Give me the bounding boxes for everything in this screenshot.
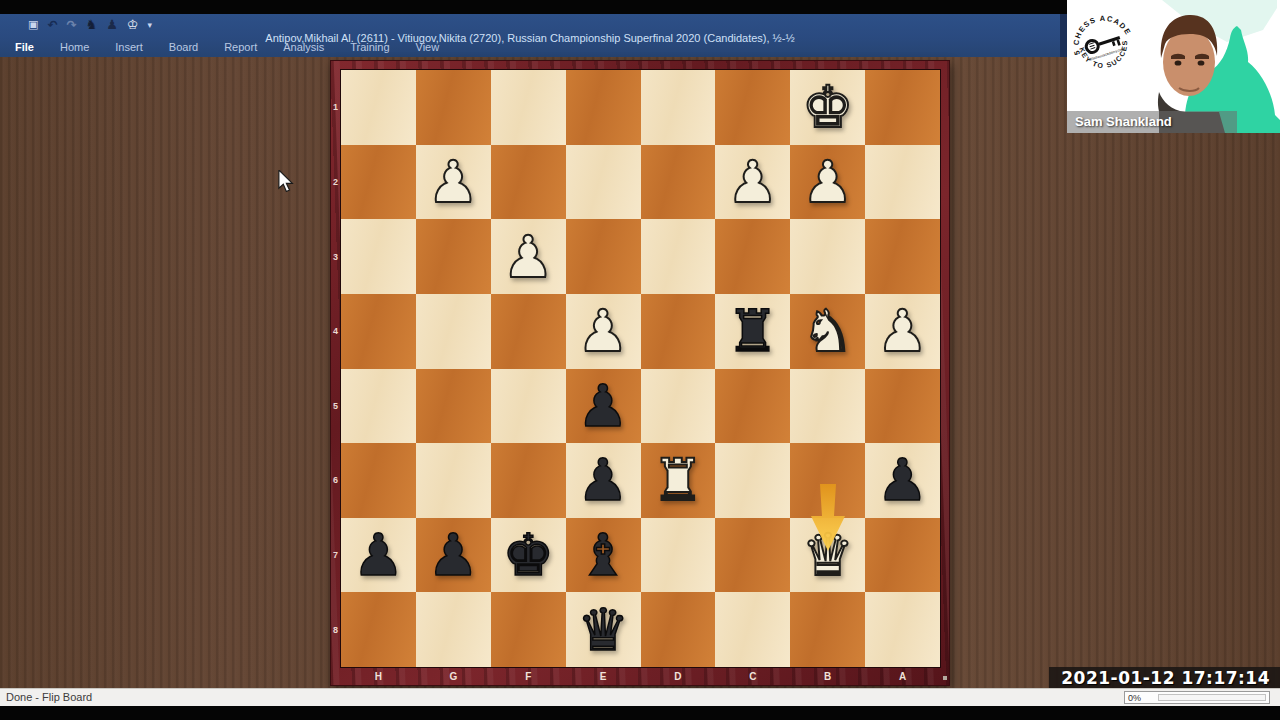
rank-label-8: 8	[330, 592, 341, 667]
file-label-d: D	[641, 668, 716, 685]
webcam-overlay: 365 CHESS ACADEMY KEY TO SUCCESS 365ches…	[1067, 0, 1280, 133]
rank-label-5: 5	[330, 369, 341, 444]
square-a4[interactable]: ♟	[865, 294, 940, 369]
square-e6[interactable]: ♟	[566, 443, 641, 518]
square-h7[interactable]: ♟	[341, 518, 416, 593]
white-pawn-c2[interactable]: ♟	[727, 153, 779, 211]
tab-view[interactable]: View	[403, 37, 453, 57]
square-g5[interactable]	[416, 369, 491, 444]
tab-file[interactable]: File	[2, 37, 47, 57]
status-message: Done - Flip Board	[6, 691, 92, 703]
file-label-a: A	[865, 668, 940, 685]
white-pawn-e4[interactable]: ♟	[577, 302, 629, 360]
square-g6[interactable]	[416, 443, 491, 518]
status-bar: Done - Flip Board 0%	[0, 688, 1280, 706]
square-b1[interactable]: ♚	[790, 70, 865, 145]
frame-corner-dot	[943, 676, 947, 680]
rank-label-2: 2	[330, 145, 341, 220]
square-b8[interactable]	[790, 592, 865, 667]
menu-tab-bar: FileHomeInsertBoardReportAnalysisTrainin…	[2, 36, 452, 57]
rank-label-1: 1	[330, 70, 341, 145]
tab-insert[interactable]: Insert	[102, 37, 156, 57]
square-d3[interactable]	[641, 219, 716, 294]
white-queen-b7[interactable]: ♛	[802, 526, 854, 584]
square-e4[interactable]: ♟	[566, 294, 641, 369]
progress-track	[1158, 694, 1266, 701]
rank-label-6: 6	[330, 443, 341, 518]
square-b3[interactable]	[790, 219, 865, 294]
tab-analysis[interactable]: Analysis	[270, 37, 337, 57]
square-h8[interactable]	[341, 592, 416, 667]
square-e3[interactable]	[566, 219, 641, 294]
rank-label-3: 3	[330, 219, 341, 294]
chess-board: 12345678 ♚♟♟♟♟♟♜♞♟♟♟♜♟♟♟♚♝♛♛ HGFEDCBA	[330, 60, 950, 686]
square-h6[interactable]	[341, 443, 416, 518]
white-rook-d6[interactable]: ♜	[652, 451, 704, 509]
square-g7[interactable]: ♟	[416, 518, 491, 593]
tab-home[interactable]: Home	[47, 37, 102, 57]
square-e5[interactable]: ♟	[566, 369, 641, 444]
square-g8[interactable]	[416, 592, 491, 667]
square-f6[interactable]	[491, 443, 566, 518]
square-a5[interactable]	[865, 369, 940, 444]
square-c4[interactable]: ♜	[715, 294, 790, 369]
square-b2[interactable]: ♟	[790, 145, 865, 220]
black-pawn-h7[interactable]: ♟	[352, 526, 404, 584]
square-g2[interactable]: ♟	[416, 145, 491, 220]
square-g1[interactable]	[416, 70, 491, 145]
square-f5[interactable]	[491, 369, 566, 444]
square-f7[interactable]: ♚	[491, 518, 566, 593]
square-d6[interactable]: ♜	[641, 443, 716, 518]
file-labels: HGFEDCBA	[341, 668, 940, 685]
square-h4[interactable]	[341, 294, 416, 369]
square-e8[interactable]: ♛	[566, 592, 641, 667]
file-label-h: H	[341, 668, 416, 685]
chessbase-window: ▣↶↷♞♟♔▾ Antipov,Mikhail Al. (2611) - Vit…	[0, 0, 1280, 720]
square-e2[interactable]	[566, 145, 641, 220]
file-label-e: E	[566, 668, 641, 685]
white-pawn-a4[interactable]: ♟	[877, 302, 929, 360]
square-c6[interactable]	[715, 443, 790, 518]
square-b7[interactable]: ♛	[790, 518, 865, 593]
video-timestamp: 2021-01-12 17:17:14	[1049, 667, 1280, 689]
square-d7[interactable]	[641, 518, 716, 593]
tab-report[interactable]: Report	[211, 37, 270, 57]
square-h5[interactable]	[341, 369, 416, 444]
white-king-b1[interactable]: ♚	[802, 78, 854, 136]
square-d4[interactable]	[641, 294, 716, 369]
square-c3[interactable]	[715, 219, 790, 294]
square-f1[interactable]	[491, 70, 566, 145]
white-pawn-b2[interactable]: ♟	[802, 153, 854, 211]
square-b5[interactable]	[790, 369, 865, 444]
square-c5[interactable]	[715, 369, 790, 444]
letterbox-bottom	[0, 706, 1280, 720]
square-d5[interactable]	[641, 369, 716, 444]
square-h1[interactable]	[341, 70, 416, 145]
black-bishop-e7[interactable]: ♝	[577, 526, 629, 584]
black-pawn-e5[interactable]: ♟	[577, 377, 629, 435]
progress-bar: 0%	[1124, 691, 1270, 704]
square-d8[interactable]	[641, 592, 716, 667]
white-knight-b4[interactable]: ♞	[802, 302, 854, 360]
square-a2[interactable]	[865, 145, 940, 220]
square-e1[interactable]	[566, 70, 641, 145]
rank-labels: 12345678	[330, 70, 341, 667]
file-label-b: B	[790, 668, 865, 685]
white-pawn-f3[interactable]: ♟	[502, 228, 554, 286]
square-b6[interactable]	[790, 443, 865, 518]
square-f4[interactable]	[491, 294, 566, 369]
white-pawn-g2[interactable]: ♟	[427, 153, 479, 211]
rank-label-7: 7	[330, 518, 341, 593]
square-b4[interactable]: ♞	[790, 294, 865, 369]
board-squares: ♚♟♟♟♟♟♜♞♟♟♟♜♟♟♟♚♝♛♛	[341, 70, 940, 667]
square-d1[interactable]	[641, 70, 716, 145]
square-f8[interactable]	[491, 592, 566, 667]
square-a7[interactable]	[865, 518, 940, 593]
square-h2[interactable]	[341, 145, 416, 220]
square-a8[interactable]	[865, 592, 940, 667]
chess-academy-stamp: 365 CHESS ACADEMY KEY TO SUCCESS 365ches…	[1067, 4, 1143, 85]
black-pawn-e6[interactable]: ♟	[577, 451, 629, 509]
black-pawn-g7[interactable]: ♟	[427, 526, 479, 584]
black-rook-c4[interactable]: ♜	[727, 302, 779, 360]
black-queen-e8[interactable]: ♛	[577, 601, 629, 659]
square-f2[interactable]	[491, 145, 566, 220]
ribbon-right-edge	[1060, 14, 1067, 57]
wood-background: 12345678 ♚♟♟♟♟♟♜♞♟♟♟♜♟♟♟♚♝♛♛ HGFEDCBA	[0, 57, 1280, 688]
file-label-g: G	[416, 668, 491, 685]
tab-training[interactable]: Training	[337, 37, 402, 57]
rank-label-4: 4	[330, 294, 341, 369]
square-d2[interactable]	[641, 145, 716, 220]
square-c8[interactable]	[715, 592, 790, 667]
tab-board[interactable]: Board	[156, 37, 211, 57]
progress-label: 0%	[1128, 692, 1141, 704]
file-label-c: C	[715, 668, 790, 685]
square-c1[interactable]	[715, 70, 790, 145]
square-g3[interactable]	[416, 219, 491, 294]
black-pawn-a6[interactable]: ♟	[877, 451, 929, 509]
square-f3[interactable]: ♟	[491, 219, 566, 294]
square-h3[interactable]	[341, 219, 416, 294]
square-g4[interactable]	[416, 294, 491, 369]
file-label-f: F	[491, 668, 566, 685]
black-king-f7[interactable]: ♚	[502, 526, 554, 584]
square-e7[interactable]: ♝	[566, 518, 641, 593]
presenter-name-label: Sam Shankland	[1067, 111, 1237, 133]
square-c2[interactable]: ♟	[715, 145, 790, 220]
square-c7[interactable]	[715, 518, 790, 593]
square-a6[interactable]: ♟	[865, 443, 940, 518]
square-a3[interactable]	[865, 219, 940, 294]
square-a1[interactable]	[865, 70, 940, 145]
